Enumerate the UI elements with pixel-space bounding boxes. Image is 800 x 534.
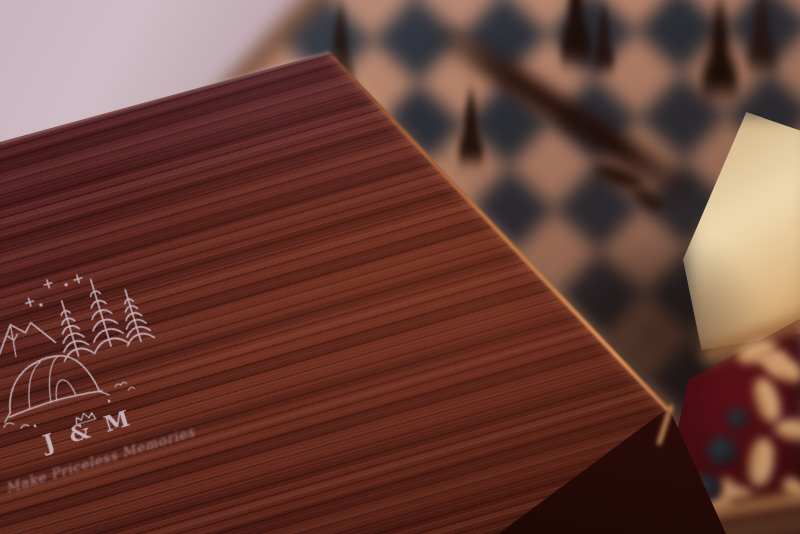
chess-pawn-light: ♟ <box>746 338 794 383</box>
pine-tree-icon <box>112 286 155 346</box>
checkers-disc <box>707 436 737 466</box>
photo-chess-box-scene: ♟♟♟♟♟♟ ♟♟ <box>0 0 800 534</box>
checkers-disc <box>727 408 748 429</box>
chess-piece-light <box>749 375 784 426</box>
bird-icon <box>115 380 135 394</box>
chess-piece-light <box>774 417 800 442</box>
pine-tree-icon <box>47 296 93 361</box>
engraved-logo: J & M Make Priceless Memories <box>0 278 226 513</box>
pine-tree-icon <box>44 266 155 364</box>
